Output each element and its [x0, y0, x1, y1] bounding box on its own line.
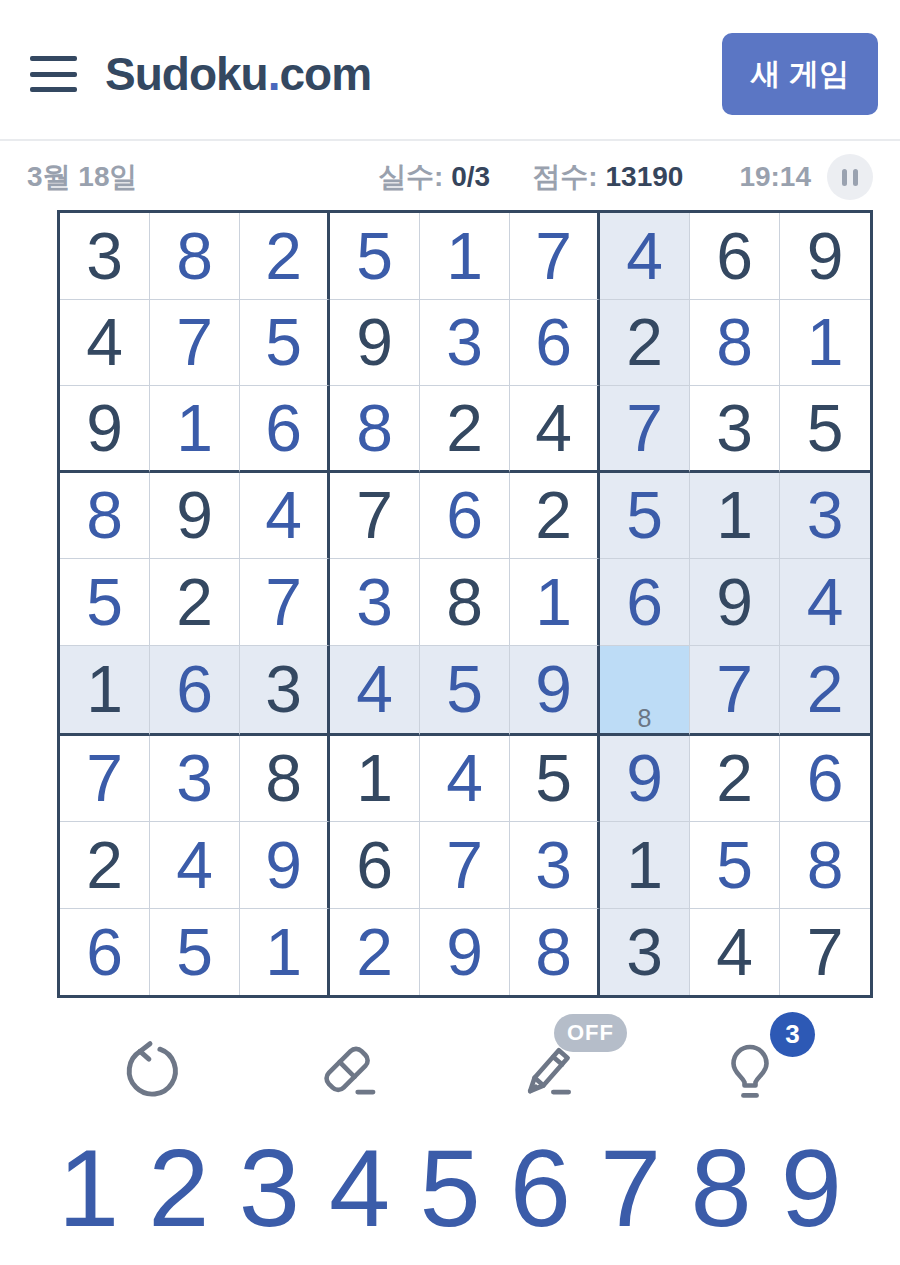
user-digit: 4 — [176, 832, 213, 898]
sudoku-cell[interactable]: 3 — [240, 646, 330, 736]
user-digit: 5 — [86, 569, 123, 635]
given-digit: 4 — [716, 919, 753, 985]
sudoku-cell[interactable]: 9 — [60, 386, 150, 473]
user-digit: 5 — [626, 482, 663, 548]
user-digit: 9 — [265, 832, 302, 898]
new-game-button[interactable]: 새 게임 — [722, 33, 878, 115]
user-digit: 2 — [356, 919, 393, 985]
sudoku-cell[interactable]: 8 — [780, 822, 870, 909]
given-digit: 2 — [716, 745, 753, 811]
sudoku-cell[interactable]: 6 — [240, 386, 330, 473]
sudoku-cell[interactable]: 1 — [420, 213, 510, 300]
given-digit: 4 — [535, 395, 572, 461]
user-digit: 7 — [446, 832, 483, 898]
given-digit: 2 — [446, 395, 483, 461]
sudoku-cell[interactable]: 9 — [420, 909, 510, 996]
numpad-3[interactable]: 3 — [239, 1133, 300, 1243]
user-digit: 5 — [176, 919, 213, 985]
score-counter: 점수: 13190 — [532, 158, 683, 196]
sudoku-cell[interactable]: 2 — [600, 300, 690, 387]
sudoku-cell[interactable]: 6 — [60, 909, 150, 996]
sudoku-board: 3825174694759362819168247358947625135273… — [57, 210, 873, 998]
user-digit: 6 — [446, 482, 483, 548]
score-label: 점수: — [532, 158, 597, 196]
user-digit: 6 — [265, 395, 302, 461]
hint-count-badge: 3 — [770, 1012, 815, 1057]
user-digit: 2 — [807, 656, 844, 722]
pencil-button[interactable]: OFF — [505, 1024, 595, 1114]
user-digit: 6 — [86, 919, 123, 985]
app-header: Sudoku.com 새 게임 — [0, 0, 900, 115]
given-digit: 1 — [716, 482, 753, 548]
pause-button[interactable] — [827, 154, 873, 200]
sudoku-cell[interactable]: 8 — [60, 473, 150, 560]
sudoku-cell[interactable]: 1 — [60, 646, 150, 736]
given-digit: 2 — [535, 482, 572, 548]
given-digit: 7 — [356, 482, 393, 548]
date-label: 3월 18일 — [27, 158, 138, 196]
eraser-icon — [317, 1036, 383, 1102]
note-digit: 8 — [630, 704, 660, 733]
sudoku-cell[interactable]: 7 — [780, 909, 870, 996]
sudoku-cell[interactable]: 7 — [150, 300, 240, 387]
user-digit: 4 — [446, 745, 483, 811]
user-digit: 7 — [265, 569, 302, 635]
user-digit: 5 — [716, 832, 753, 898]
sudoku-cell[interactable]: 3 — [60, 213, 150, 300]
numpad-5[interactable]: 5 — [419, 1133, 480, 1243]
sudoku-cell[interactable]: 8 — [600, 646, 690, 736]
undo-button[interactable] — [105, 1024, 195, 1114]
sudoku-cell[interactable]: 7 — [420, 822, 510, 909]
given-digit: 2 — [86, 832, 123, 898]
sudoku-cell[interactable]: 5 — [420, 646, 510, 736]
user-digit: 3 — [356, 569, 393, 635]
sudoku-cell[interactable]: 8 — [240, 736, 330, 823]
sudoku-cell[interactable]: 1 — [330, 736, 420, 823]
user-digit: 1 — [807, 309, 844, 375]
sudoku-cell[interactable]: 5 — [510, 736, 600, 823]
user-digit: 5 — [446, 656, 483, 722]
sudoku-cell[interactable]: 4 — [150, 822, 240, 909]
logo-text: Sudoku — [105, 48, 268, 100]
sudoku-cell[interactable]: 6 — [420, 473, 510, 560]
sudoku-cell[interactable]: 8 — [150, 213, 240, 300]
user-digit: 8 — [716, 309, 753, 375]
sudoku-cell[interactable]: 9 — [690, 559, 780, 646]
user-digit: 9 — [446, 919, 483, 985]
given-digit: 4 — [86, 309, 123, 375]
user-digit: 1 — [446, 223, 483, 289]
mistakes-label: 실수: — [378, 158, 443, 196]
numpad-6[interactable]: 6 — [510, 1133, 571, 1243]
numpad: 123456789 — [0, 1133, 900, 1243]
user-digit: 8 — [86, 482, 123, 548]
numpad-1[interactable]: 1 — [58, 1133, 119, 1243]
sudoku-cell[interactable]: 8 — [690, 300, 780, 387]
given-digit: 3 — [265, 656, 302, 722]
user-digit: 8 — [807, 832, 844, 898]
header-divider — [0, 139, 900, 141]
given-digit: 9 — [356, 309, 393, 375]
given-digit: 9 — [176, 482, 213, 548]
sudoku-cell[interactable]: 5 — [780, 386, 870, 473]
numpad-9[interactable]: 9 — [781, 1133, 842, 1243]
given-digit: 9 — [86, 395, 123, 461]
sudoku-cell[interactable]: 4 — [690, 909, 780, 996]
user-digit: 7 — [535, 223, 572, 289]
sudoku-cell[interactable]: 2 — [330, 909, 420, 996]
user-digit: 6 — [176, 656, 213, 722]
sudoku-cell[interactable]: 9 — [510, 646, 600, 736]
status-bar: 3월 18일 실수: 0/3 점수: 13190 19:14 — [0, 152, 900, 202]
sudoku-cell[interactable]: 9 — [150, 473, 240, 560]
pencil-notes: 8 — [600, 646, 689, 733]
user-digit: 2 — [265, 223, 302, 289]
sudoku-cell[interactable]: 5 — [240, 300, 330, 387]
given-digit: 3 — [626, 919, 663, 985]
user-digit: 7 — [176, 309, 213, 375]
given-digit: 9 — [716, 569, 753, 635]
user-digit: 7 — [86, 745, 123, 811]
sudoku-cell[interactable]: 1 — [780, 300, 870, 387]
user-digit: 5 — [356, 223, 393, 289]
user-digit: 6 — [807, 745, 844, 811]
user-digit: 1 — [535, 569, 572, 635]
hint-button[interactable]: 3 — [705, 1024, 795, 1114]
sudoku-cell[interactable]: 4 — [600, 213, 690, 300]
given-digit: 1 — [356, 745, 393, 811]
logo-dot: . — [268, 48, 280, 100]
sudoku-cell[interactable]: 7 — [600, 386, 690, 473]
sudoku-cell[interactable]: 2 — [690, 736, 780, 823]
user-digit: 8 — [356, 395, 393, 461]
sudoku-cell[interactable]: 2 — [60, 822, 150, 909]
timer: 19:14 — [739, 161, 811, 193]
user-digit: 7 — [716, 656, 753, 722]
numpad-4[interactable]: 4 — [329, 1133, 390, 1243]
sudoku-cell[interactable]: 2 — [240, 213, 330, 300]
sudoku-cell[interactable]: 1 — [240, 909, 330, 996]
sudoku-cell[interactable]: 4 — [240, 473, 330, 560]
given-digit: 5 — [535, 745, 572, 811]
menu-icon[interactable] — [30, 56, 77, 92]
user-digit: 8 — [176, 223, 213, 289]
user-digit: 4 — [265, 482, 302, 548]
sudoku-cell[interactable]: 6 — [510, 300, 600, 387]
given-digit: 9 — [807, 223, 844, 289]
sudoku-cell[interactable]: 4 — [60, 300, 150, 387]
user-digit: 4 — [807, 569, 844, 635]
sudoku-cell[interactable]: 1 — [510, 559, 600, 646]
sudoku-cell[interactable]: 3 — [510, 822, 600, 909]
sudoku-cell[interactable]: 1 — [690, 473, 780, 560]
sudoku-cell[interactable]: 6 — [690, 213, 780, 300]
sudoku-cell[interactable]: 2 — [420, 386, 510, 473]
sudoku-cell[interactable]: 2 — [510, 473, 600, 560]
user-digit: 6 — [626, 569, 663, 635]
sudoku-cell[interactable]: 6 — [330, 822, 420, 909]
user-digit: 1 — [176, 395, 213, 461]
pause-icon — [842, 169, 847, 186]
sudoku-cell[interactable]: 5 — [330, 213, 420, 300]
user-digit: 3 — [807, 482, 844, 548]
sudoku-cell[interactable]: 1 — [150, 386, 240, 473]
sudoku-cell[interactable]: 7 — [240, 559, 330, 646]
sudoku-cell[interactable]: 7 — [510, 213, 600, 300]
undo-icon — [117, 1036, 183, 1102]
user-digit: 4 — [626, 223, 663, 289]
eraser-button[interactable] — [305, 1024, 395, 1114]
user-digit: 8 — [535, 919, 572, 985]
numpad-7[interactable]: 7 — [600, 1133, 661, 1243]
logo-text-suffix: com — [279, 48, 371, 100]
given-digit: 6 — [716, 223, 753, 289]
given-digit: 6 — [356, 832, 393, 898]
user-digit: 9 — [626, 745, 663, 811]
sudoku-cell[interactable]: 8 — [330, 386, 420, 473]
given-digit: 1 — [626, 832, 663, 898]
given-digit: 1 — [86, 656, 123, 722]
given-digit: 3 — [86, 223, 123, 289]
sudoku-cell[interactable]: 5 — [690, 822, 780, 909]
sudoku-cell[interactable]: 9 — [240, 822, 330, 909]
mistakes-counter: 실수: 0/3 — [378, 158, 490, 196]
sudoku-cell[interactable]: 9 — [780, 213, 870, 300]
given-digit: 7 — [807, 919, 844, 985]
user-digit: 4 — [356, 656, 393, 722]
app-logo: Sudoku.com — [105, 47, 371, 101]
sudoku-cell[interactable]: 4 — [420, 736, 510, 823]
sudoku-cell[interactable]: 9 — [600, 736, 690, 823]
numpad-2[interactable]: 2 — [148, 1133, 209, 1243]
given-digit: 2 — [176, 569, 213, 635]
user-digit: 5 — [265, 309, 302, 375]
sudoku-cell[interactable]: 3 — [420, 300, 510, 387]
given-digit: 3 — [716, 395, 753, 461]
sudoku-cell[interactable]: 3 — [690, 386, 780, 473]
user-digit: 6 — [535, 309, 572, 375]
given-digit: 2 — [626, 309, 663, 375]
pencil-off-badge: OFF — [554, 1014, 627, 1052]
user-digit: 7 — [626, 395, 663, 461]
sudoku-cell[interactable]: 2 — [150, 559, 240, 646]
numpad-8[interactable]: 8 — [690, 1133, 751, 1243]
sudoku-cell[interactable]: 2 — [780, 646, 870, 736]
sudoku-cell[interactable]: 3 — [600, 909, 690, 996]
user-digit: 1 — [265, 919, 302, 985]
user-digit: 9 — [535, 656, 572, 722]
toolbar: OFF 3 — [50, 1024, 850, 1119]
sudoku-cell[interactable]: 9 — [330, 300, 420, 387]
sudoku-cell[interactable]: 6 — [600, 559, 690, 646]
sudoku-cell[interactable]: 8 — [420, 559, 510, 646]
sudoku-cell[interactable]: 5 — [600, 473, 690, 560]
sudoku-cell[interactable]: 6 — [150, 646, 240, 736]
user-digit: 3 — [176, 745, 213, 811]
user-digit: 3 — [446, 309, 483, 375]
sudoku-cell[interactable]: 6 — [780, 736, 870, 823]
given-digit: 8 — [265, 745, 302, 811]
sudoku-cell[interactable]: 7 — [690, 646, 780, 736]
sudoku-cell[interactable]: 4 — [330, 646, 420, 736]
sudoku-cell[interactable]: 4 — [510, 386, 600, 473]
sudoku-cell[interactable]: 7 — [60, 736, 150, 823]
given-digit: 8 — [446, 569, 483, 635]
sudoku-cell[interactable]: 3 — [330, 559, 420, 646]
user-digit: 3 — [535, 832, 572, 898]
score-value: 13190 — [606, 161, 684, 193]
sudoku-cell[interactable]: 5 — [60, 559, 150, 646]
sudoku-cell[interactable]: 3 — [780, 473, 870, 560]
sudoku-cell[interactable]: 7 — [330, 473, 420, 560]
sudoku-cell[interactable]: 8 — [510, 909, 600, 996]
sudoku-cell[interactable]: 4 — [780, 559, 870, 646]
given-digit: 5 — [807, 395, 844, 461]
sudoku-cell[interactable]: 3 — [150, 736, 240, 823]
sudoku-cell[interactable]: 5 — [150, 909, 240, 996]
mistakes-value: 0/3 — [451, 161, 490, 193]
sudoku-cell[interactable]: 1 — [600, 822, 690, 909]
